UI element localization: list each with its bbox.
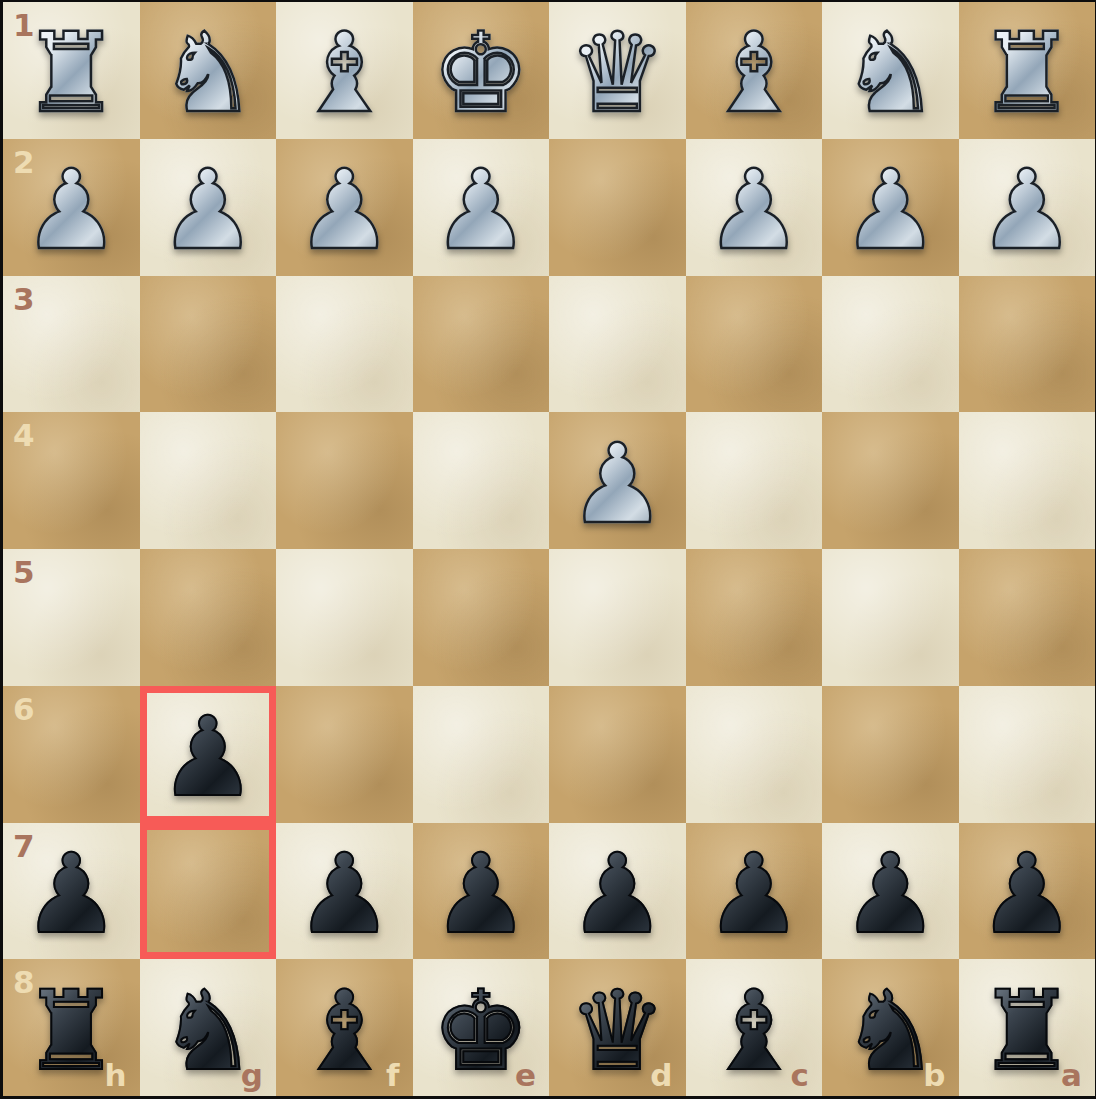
square-e7[interactable]: ♟: [413, 823, 550, 960]
square-e3[interactable]: [413, 276, 550, 413]
piece-white-pawn[interactable]: ♟: [295, 155, 394, 265]
square-g2[interactable]: ♟: [140, 139, 277, 276]
piece-white-knight[interactable]: ♞: [841, 18, 940, 128]
piece-white-pawn[interactable]: ♟: [158, 155, 257, 265]
square-c6[interactable]: [686, 686, 823, 823]
square-b5[interactable]: [822, 549, 959, 686]
square-d4[interactable]: ♟: [549, 412, 686, 549]
square-c1[interactable]: ♝: [686, 2, 823, 139]
piece-white-rook[interactable]: ♜: [977, 18, 1076, 128]
square-a2[interactable]: ♟: [959, 139, 1096, 276]
piece-black-pawn[interactable]: ♟: [841, 839, 940, 949]
square-d3[interactable]: [549, 276, 686, 413]
square-f6[interactable]: [276, 686, 413, 823]
square-b2[interactable]: ♟: [822, 139, 959, 276]
square-a5[interactable]: [959, 549, 1096, 686]
square-d6[interactable]: [549, 686, 686, 823]
square-e8[interactable]: ♚e: [413, 959, 550, 1096]
square-b4[interactable]: [822, 412, 959, 549]
piece-black-pawn[interactable]: ♟: [568, 839, 667, 949]
piece-black-queen[interactable]: ♛: [568, 976, 667, 1086]
square-c8[interactable]: ♝c: [686, 959, 823, 1096]
piece-white-rook[interactable]: ♜: [22, 18, 121, 128]
rank-label-5: 5: [13, 554, 35, 590]
square-c2[interactable]: ♟: [686, 139, 823, 276]
square-f1[interactable]: ♝: [276, 2, 413, 139]
square-b6[interactable]: [822, 686, 959, 823]
chess-board: ♜1♞♝♚♛♝♞♜♟2♟♟♟♟♟♟34♟56♟♟7♟♟♟♟♟♟♜8h♞g♝f♚e…: [3, 2, 1095, 1096]
square-g7[interactable]: [140, 823, 277, 960]
piece-white-knight[interactable]: ♞: [158, 18, 257, 128]
piece-black-pawn[interactable]: ♟: [158, 702, 257, 812]
square-g8[interactable]: ♞g: [140, 959, 277, 1096]
square-h4[interactable]: 4: [3, 412, 140, 549]
piece-black-rook[interactable]: ♜: [22, 976, 121, 1086]
square-e5[interactable]: [413, 549, 550, 686]
square-a4[interactable]: [959, 412, 1096, 549]
square-a7[interactable]: ♟: [959, 823, 1096, 960]
square-a1[interactable]: ♜: [959, 2, 1096, 139]
square-b1[interactable]: ♞: [822, 2, 959, 139]
square-c7[interactable]: ♟: [686, 823, 823, 960]
piece-black-bishop[interactable]: ♝: [295, 976, 394, 1086]
piece-white-bishop[interactable]: ♝: [295, 18, 394, 128]
square-g5[interactable]: [140, 549, 277, 686]
square-h2[interactable]: ♟2: [3, 139, 140, 276]
square-f8[interactable]: ♝f: [276, 959, 413, 1096]
piece-black-pawn[interactable]: ♟: [22, 839, 121, 949]
square-f5[interactable]: [276, 549, 413, 686]
square-a3[interactable]: [959, 276, 1096, 413]
square-h7[interactable]: ♟7: [3, 823, 140, 960]
piece-black-pawn[interactable]: ♟: [295, 839, 394, 949]
piece-white-bishop[interactable]: ♝: [704, 18, 803, 128]
square-e2[interactable]: ♟: [413, 139, 550, 276]
piece-white-pawn[interactable]: ♟: [841, 155, 940, 265]
square-a8[interactable]: ♜a: [959, 959, 1096, 1096]
piece-white-king[interactable]: ♚: [431, 18, 530, 128]
piece-white-pawn[interactable]: ♟: [22, 155, 121, 265]
square-h3[interactable]: 3: [3, 276, 140, 413]
square-c4[interactable]: [686, 412, 823, 549]
square-f3[interactable]: [276, 276, 413, 413]
piece-black-knight[interactable]: ♞: [158, 976, 257, 1086]
piece-black-pawn[interactable]: ♟: [704, 839, 803, 949]
square-d1[interactable]: ♛: [549, 2, 686, 139]
square-f7[interactable]: ♟: [276, 823, 413, 960]
square-g4[interactable]: [140, 412, 277, 549]
square-a6[interactable]: [959, 686, 1096, 823]
square-e1[interactable]: ♚: [413, 2, 550, 139]
square-b8[interactable]: ♞b: [822, 959, 959, 1096]
piece-black-king[interactable]: ♚: [431, 976, 530, 1086]
square-d7[interactable]: ♟: [549, 823, 686, 960]
square-d2[interactable]: [549, 139, 686, 276]
square-h6[interactable]: 6: [3, 686, 140, 823]
rank-label-4: 4: [13, 417, 35, 453]
piece-black-pawn[interactable]: ♟: [431, 839, 530, 949]
square-d5[interactable]: [549, 549, 686, 686]
square-f4[interactable]: [276, 412, 413, 549]
rank-label-6: 6: [13, 691, 35, 727]
piece-white-pawn[interactable]: ♟: [977, 155, 1076, 265]
piece-black-knight[interactable]: ♞: [841, 976, 940, 1086]
square-h5[interactable]: 5: [3, 549, 140, 686]
square-g3[interactable]: [140, 276, 277, 413]
piece-white-pawn[interactable]: ♟: [568, 429, 667, 539]
square-g1[interactable]: ♞: [140, 2, 277, 139]
rank-label-3: 3: [13, 281, 35, 317]
square-c3[interactable]: [686, 276, 823, 413]
square-d8[interactable]: ♛d: [549, 959, 686, 1096]
square-b7[interactable]: ♟: [822, 823, 959, 960]
piece-black-rook[interactable]: ♜: [977, 976, 1076, 1086]
square-f2[interactable]: ♟: [276, 139, 413, 276]
square-e6[interactable]: [413, 686, 550, 823]
piece-white-queen[interactable]: ♛: [568, 18, 667, 128]
piece-black-pawn[interactable]: ♟: [977, 839, 1076, 949]
square-c5[interactable]: [686, 549, 823, 686]
piece-black-bishop[interactable]: ♝: [704, 976, 803, 1086]
piece-white-pawn[interactable]: ♟: [431, 155, 530, 265]
piece-white-pawn[interactable]: ♟: [704, 155, 803, 265]
square-h8[interactable]: ♜8h: [3, 959, 140, 1096]
square-h1[interactable]: ♜1: [3, 2, 140, 139]
square-b3[interactable]: [822, 276, 959, 413]
square-e4[interactable]: [413, 412, 550, 549]
square-g6[interactable]: ♟: [140, 686, 277, 823]
